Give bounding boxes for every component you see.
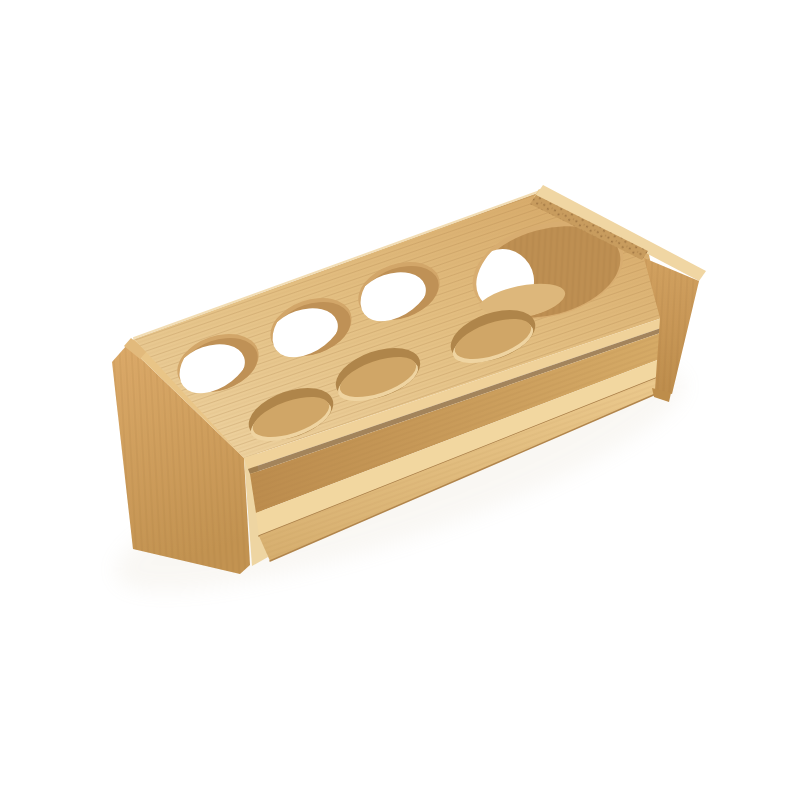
scene-root (97, 185, 706, 632)
bamboo-stand-illustration (0, 0, 800, 800)
product-photo: Overhead product photo of a light bamboo… (0, 0, 800, 800)
